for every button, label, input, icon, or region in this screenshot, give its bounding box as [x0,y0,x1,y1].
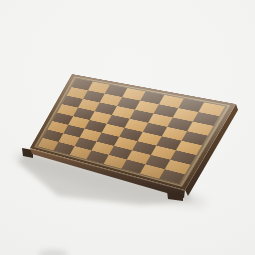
product-photo-scene [0,0,255,255]
background-smudge [38,250,68,255]
